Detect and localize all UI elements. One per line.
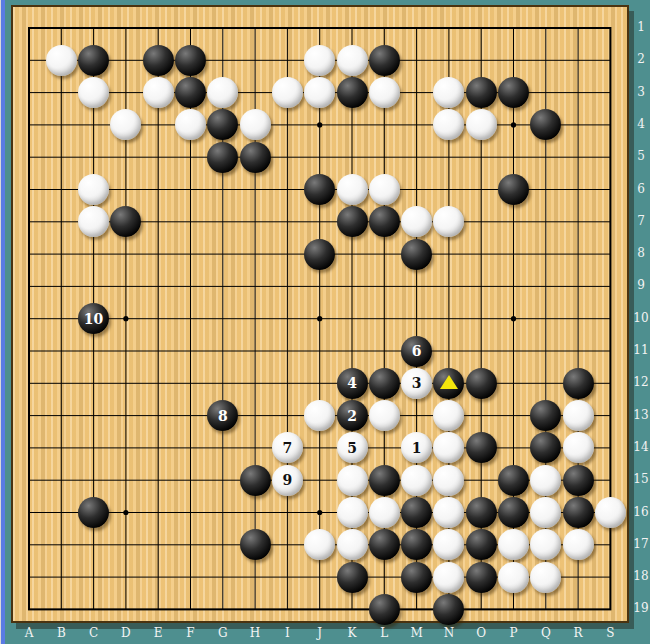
stone-m18[interactable] [401, 562, 432, 593]
stone-k16[interactable] [337, 497, 368, 528]
move-number-label: 8 [218, 409, 228, 423]
move-number-label: 9 [283, 473, 293, 487]
stone-k3[interactable] [337, 77, 368, 108]
stone-k17[interactable] [337, 529, 368, 560]
stone-k2[interactable] [337, 45, 368, 76]
column-label-p: P [503, 626, 525, 640]
stone-l12[interactable] [369, 368, 400, 399]
row-label-19: 19 [631, 601, 650, 615]
stone-m8[interactable] [401, 239, 432, 270]
stone-k12[interactable]: 4 [337, 368, 368, 399]
row-label-15: 15 [631, 472, 650, 486]
move-number-label: 2 [347, 409, 357, 423]
stone-r12[interactable] [563, 368, 594, 399]
column-label-e: E [147, 626, 169, 640]
column-label-r: R [567, 626, 589, 640]
stone-p16[interactable] [498, 497, 529, 528]
stone-l17[interactable] [369, 529, 400, 560]
stone-n15[interactable] [433, 465, 464, 496]
move-number-label: 5 [347, 441, 357, 455]
row-label-16: 16 [631, 505, 650, 519]
column-label-i: I [276, 626, 298, 640]
stone-n12[interactable] [433, 368, 464, 399]
stone-b2[interactable] [46, 45, 77, 76]
stone-p18[interactable] [498, 562, 529, 593]
triangle-marker-icon [440, 375, 458, 389]
stone-j8[interactable] [304, 239, 335, 270]
stone-c2[interactable] [78, 45, 109, 76]
stone-c16[interactable] [78, 497, 109, 528]
move-number-label: 4 [347, 376, 357, 390]
stone-e3[interactable] [143, 77, 174, 108]
column-label-a: A [18, 626, 40, 640]
column-label-b: B [50, 626, 72, 640]
stone-p15[interactable] [498, 465, 529, 496]
stone-k18[interactable] [337, 562, 368, 593]
stone-k13[interactable]: 2 [337, 400, 368, 431]
stone-q18[interactable] [530, 562, 561, 593]
stone-l2[interactable] [369, 45, 400, 76]
column-label-m: M [406, 626, 428, 640]
stone-i15[interactable]: 9 [272, 465, 303, 496]
column-label-g: G [212, 626, 234, 640]
move-number-label: 6 [412, 344, 422, 358]
stone-o18[interactable] [466, 562, 497, 593]
row-label-18: 18 [631, 569, 650, 583]
stone-r14[interactable] [563, 432, 594, 463]
stone-l16[interactable] [369, 497, 400, 528]
column-label-k: K [341, 626, 363, 640]
column-label-n: N [438, 626, 460, 640]
row-label-11: 11 [631, 343, 650, 357]
row-label-8: 8 [631, 246, 650, 260]
row-label-1: 1 [631, 20, 650, 34]
row-label-9: 9 [631, 278, 650, 292]
column-label-s: S [599, 626, 621, 640]
stone-q15[interactable] [530, 465, 561, 496]
stone-o17[interactable] [466, 529, 497, 560]
column-label-h: H [244, 626, 266, 640]
column-label-o: O [470, 626, 492, 640]
stone-k14[interactable]: 5 [337, 432, 368, 463]
stone-r16[interactable] [563, 497, 594, 528]
stone-o4[interactable] [466, 109, 497, 140]
stone-r13[interactable] [563, 400, 594, 431]
stone-l7[interactable] [369, 206, 400, 237]
move-number-label: 3 [412, 376, 422, 390]
stone-l13[interactable] [369, 400, 400, 431]
stone-o14[interactable] [466, 432, 497, 463]
stone-k7[interactable] [337, 206, 368, 237]
stone-m12[interactable]: 3 [401, 368, 432, 399]
column-label-l: L [373, 626, 395, 640]
row-label-2: 2 [631, 52, 650, 66]
stone-r17[interactable] [563, 529, 594, 560]
stone-k6[interactable] [337, 174, 368, 205]
window-edge-accent [1, 0, 5, 644]
move-number-label: 1 [412, 441, 422, 455]
stone-m15[interactable] [401, 465, 432, 496]
stone-m16[interactable] [401, 497, 432, 528]
stone-o16[interactable] [466, 497, 497, 528]
stone-f2[interactable] [175, 45, 206, 76]
stone-j6[interactable] [304, 174, 335, 205]
stone-j2[interactable] [304, 45, 335, 76]
stone-o12[interactable] [466, 368, 497, 399]
stone-n18[interactable] [433, 562, 464, 593]
stone-h4[interactable] [240, 109, 271, 140]
column-label-d: D [115, 626, 137, 640]
row-label-4: 4 [631, 117, 650, 131]
stone-r15[interactable] [563, 465, 594, 496]
go-game-window: 10643827519 ABCDEFGHIJKLMNOPQRS 12345678… [0, 0, 650, 644]
column-label-c: C [83, 626, 105, 640]
row-label-14: 14 [631, 440, 650, 454]
move-number-label: 7 [283, 441, 293, 455]
stone-e2[interactable] [143, 45, 174, 76]
column-label-j: J [309, 626, 331, 640]
stone-o3[interactable] [466, 77, 497, 108]
stone-l15[interactable] [369, 465, 400, 496]
row-label-13: 13 [631, 408, 650, 422]
stone-p3[interactable] [498, 77, 529, 108]
column-label-f: F [180, 626, 202, 640]
row-label-7: 7 [631, 214, 650, 228]
stone-i3[interactable] [272, 77, 303, 108]
stone-l3[interactable] [369, 77, 400, 108]
move-number-label: 10 [84, 312, 103, 326]
column-label-q: Q [535, 626, 557, 640]
stone-p6[interactable] [498, 174, 529, 205]
row-label-12: 12 [631, 375, 650, 389]
stone-l19[interactable] [369, 594, 400, 625]
row-label-17: 17 [631, 537, 650, 551]
stone-k15[interactable] [337, 465, 368, 496]
row-label-10: 10 [631, 311, 650, 325]
row-label-6: 6 [631, 182, 650, 196]
stone-m11[interactable]: 6 [401, 336, 432, 367]
stone-c6[interactable] [78, 174, 109, 205]
row-label-5: 5 [631, 149, 650, 163]
stone-l6[interactable] [369, 174, 400, 205]
stone-h15[interactable] [240, 465, 271, 496]
stone-c3[interactable] [78, 77, 109, 108]
stone-h5[interactable] [240, 142, 271, 173]
row-label-3: 3 [631, 85, 650, 99]
stone-g5[interactable] [207, 142, 238, 173]
stone-f3[interactable] [175, 77, 206, 108]
stone-h17[interactable] [240, 529, 271, 560]
stone-s16[interactable] [595, 497, 626, 528]
